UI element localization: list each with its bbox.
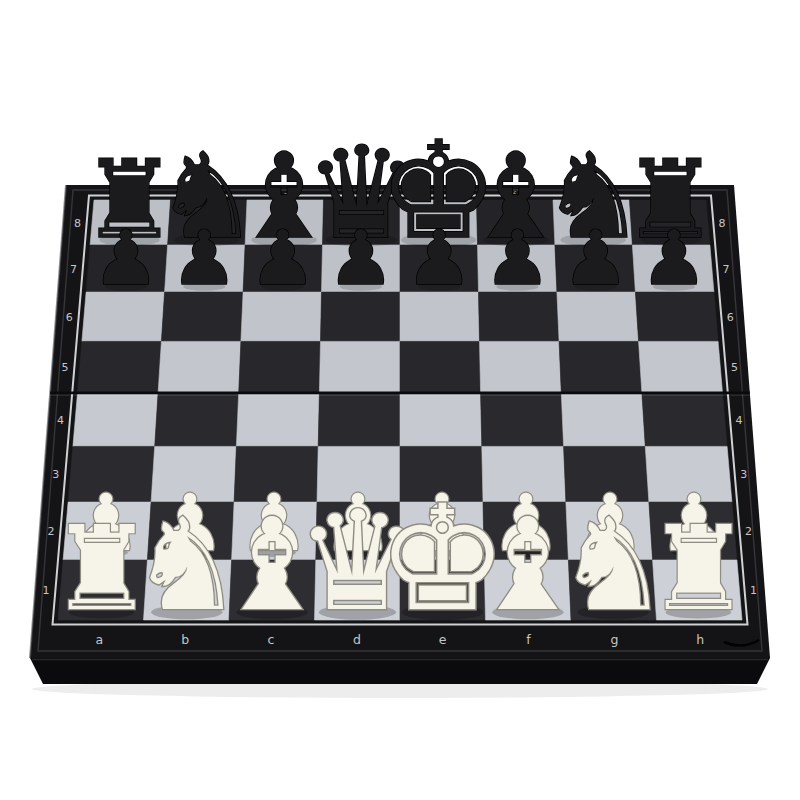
board-front-edge — [30, 658, 770, 684]
square-b5[interactable] — [158, 341, 241, 393]
rank-label-left-4: 4 — [57, 414, 65, 427]
rank-label-right-1: 1 — [750, 584, 758, 597]
rank-label-right-6: 6 — [727, 311, 735, 324]
square-a4[interactable] — [73, 393, 158, 447]
rank-label-right-8: 8 — [719, 217, 727, 230]
square-g4[interactable] — [561, 393, 645, 447]
chessboard: abcdefgh8877665544332211abcdefgh♜♞♝♛♚♝♞♜… — [0, 0, 800, 800]
chess-set-photo: abcdefgh8877665544332211abcdefgh♜♞♝♛♚♝♞♜… — [0, 0, 800, 800]
square-c4[interactable] — [236, 393, 319, 447]
rank-label-right-5: 5 — [731, 361, 739, 374]
rank-label-left-6: 6 — [66, 311, 74, 324]
piece-black-pawn-h7[interactable]: ♟ — [640, 214, 707, 302]
square-e4[interactable] — [400, 393, 482, 447]
square-d4[interactable] — [318, 393, 400, 447]
rank-label-left-5: 5 — [62, 361, 70, 374]
piece-black-pawn-d7[interactable]: ♟ — [327, 214, 394, 302]
square-f4[interactable] — [481, 393, 564, 447]
rank-label-right-3: 3 — [740, 468, 748, 481]
square-f5[interactable] — [480, 341, 562, 393]
square-c5[interactable] — [239, 341, 321, 393]
square-g5[interactable] — [559, 341, 642, 393]
rank-label-right-4: 4 — [735, 414, 743, 427]
piece-black-pawn-g7[interactable]: ♟ — [562, 214, 629, 302]
piece-white-rook-h1[interactable]: ♜ — [646, 500, 751, 637]
piece-black-pawn-f7[interactable]: ♟ — [484, 214, 551, 302]
square-a5[interactable] — [78, 341, 162, 393]
piece-black-pawn-b7[interactable]: ♟ — [171, 214, 238, 302]
square-b4[interactable] — [155, 393, 239, 447]
piece-black-pawn-c7[interactable]: ♟ — [249, 214, 316, 302]
rank-label-right-7: 7 — [722, 263, 730, 276]
piece-black-pawn-a7[interactable]: ♟ — [92, 214, 159, 302]
square-h5[interactable] — [639, 341, 723, 393]
square-e5[interactable] — [400, 341, 481, 393]
rank-label-left-7: 7 — [70, 263, 78, 276]
square-h4[interactable] — [642, 393, 727, 447]
square-d5[interactable] — [319, 341, 400, 393]
piece-black-pawn-e7[interactable]: ♟ — [405, 214, 472, 302]
rank-label-left-3: 3 — [52, 468, 60, 481]
hinge-seam — [50, 392, 750, 395]
